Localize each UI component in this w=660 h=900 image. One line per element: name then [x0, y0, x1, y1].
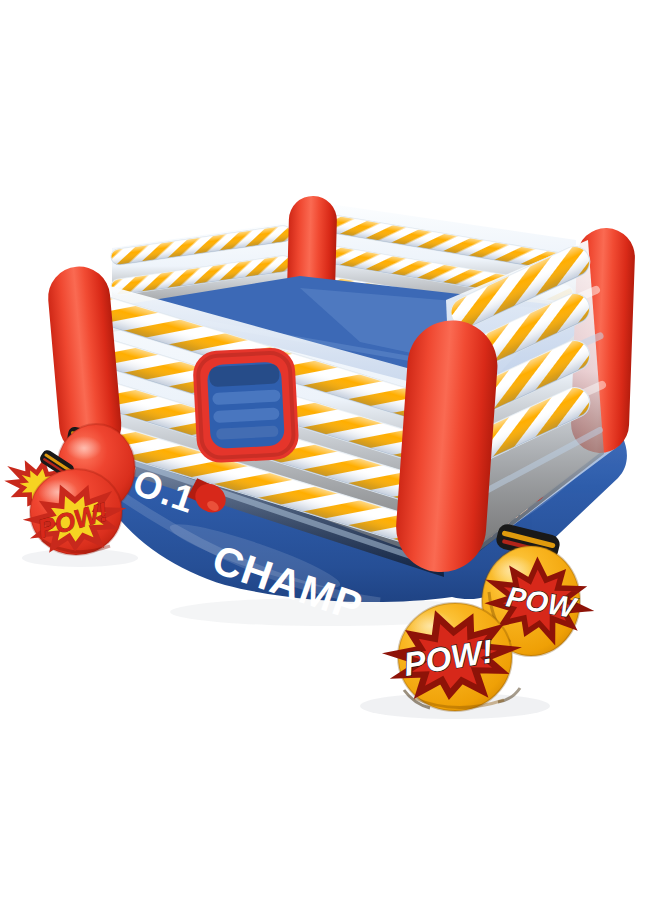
boxing-ring-bouncer-image: NO.1 CHAMP NO.1 CHAMP POW! POW [0, 0, 660, 900]
product-photo: NO.1 CHAMP NO.1 CHAMP POW! POW [0, 0, 660, 900]
ring-entrance [192, 347, 300, 464]
left-gloves: POW! [5, 424, 135, 555]
corner-post-front [393, 317, 500, 575]
